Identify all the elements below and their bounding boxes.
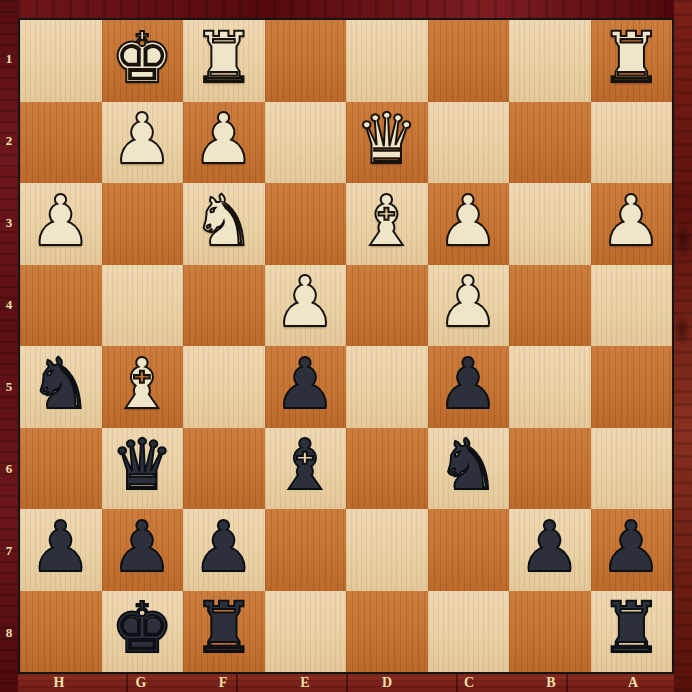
square-e6[interactable]: ♝ <box>265 428 347 510</box>
piece-black-pawn[interactable]: ♟ <box>111 512 174 582</box>
piece-white-pawn[interactable]: ♟ <box>192 104 255 174</box>
piece-black-pawn[interactable]: ♟ <box>192 512 255 582</box>
rank-label-4: 4 <box>0 264 18 346</box>
square-c4[interactable]: ♟ <box>428 265 510 347</box>
chess-board: ♚♜♜♟♟♛♟♞♝♟♟♟♟♞♝♟♟♛♝♞♟♟♟♟♟♚♜♜ <box>18 18 674 674</box>
square-e8[interactable] <box>265 591 347 673</box>
square-b2[interactable] <box>509 102 591 184</box>
square-c7[interactable] <box>428 509 510 591</box>
piece-black-knight[interactable]: ♞ <box>29 349 92 419</box>
piece-white-knight[interactable]: ♞ <box>192 186 255 256</box>
square-f1[interactable]: ♜ <box>183 20 265 102</box>
square-e4[interactable]: ♟ <box>265 265 347 347</box>
piece-white-bishop[interactable]: ♝ <box>355 186 418 256</box>
rank-labels: 12345678 <box>0 18 18 674</box>
rank-label-7: 7 <box>0 510 18 592</box>
square-h3[interactable]: ♟ <box>20 183 102 265</box>
rank-label-3: 3 <box>0 182 18 264</box>
square-d1[interactable] <box>346 20 428 102</box>
square-a7[interactable]: ♟ <box>591 509 673 591</box>
piece-white-pawn[interactable]: ♟ <box>437 267 500 337</box>
piece-white-pawn[interactable]: ♟ <box>600 186 663 256</box>
piece-black-bishop[interactable]: ♝ <box>274 430 337 500</box>
square-b5[interactable] <box>509 346 591 428</box>
square-a4[interactable] <box>591 265 673 347</box>
piece-white-rook[interactable]: ♜ <box>600 23 663 93</box>
square-d7[interactable] <box>346 509 428 591</box>
square-g4[interactable] <box>102 265 184 347</box>
square-g5[interactable]: ♝ <box>102 346 184 428</box>
square-h1[interactable] <box>20 20 102 102</box>
piece-black-rook[interactable]: ♜ <box>600 593 663 663</box>
piece-black-queen[interactable]: ♛ <box>111 430 174 500</box>
square-b8[interactable] <box>509 591 591 673</box>
square-d6[interactable] <box>346 428 428 510</box>
square-a2[interactable] <box>591 102 673 184</box>
square-g8[interactable]: ♚ <box>102 591 184 673</box>
rank-label-8: 8 <box>0 592 18 674</box>
piece-white-rook[interactable]: ♜ <box>192 23 255 93</box>
square-g1[interactable]: ♚ <box>102 20 184 102</box>
file-label-b: B <box>510 674 592 692</box>
piece-black-pawn[interactable]: ♟ <box>29 512 92 582</box>
square-g2[interactable]: ♟ <box>102 102 184 184</box>
file-label-c: C <box>428 674 510 692</box>
square-b7[interactable]: ♟ <box>509 509 591 591</box>
piece-black-pawn[interactable]: ♟ <box>518 512 581 582</box>
square-a3[interactable]: ♟ <box>591 183 673 265</box>
square-b4[interactable] <box>509 265 591 347</box>
square-c6[interactable]: ♞ <box>428 428 510 510</box>
square-f4[interactable] <box>183 265 265 347</box>
piece-black-rook[interactable]: ♜ <box>192 593 255 663</box>
piece-white-pawn[interactable]: ♟ <box>437 186 500 256</box>
piece-white-pawn[interactable]: ♟ <box>111 104 174 174</box>
square-e2[interactable] <box>265 102 347 184</box>
square-b1[interactable] <box>509 20 591 102</box>
square-f6[interactable] <box>183 428 265 510</box>
square-h7[interactable]: ♟ <box>20 509 102 591</box>
square-g7[interactable]: ♟ <box>102 509 184 591</box>
square-h6[interactable] <box>20 428 102 510</box>
square-h5[interactable]: ♞ <box>20 346 102 428</box>
square-c5[interactable]: ♟ <box>428 346 510 428</box>
square-d3[interactable]: ♝ <box>346 183 428 265</box>
piece-white-bishop[interactable]: ♝ <box>111 349 174 419</box>
square-e3[interactable] <box>265 183 347 265</box>
rank-label-5: 5 <box>0 346 18 428</box>
piece-white-pawn[interactable]: ♟ <box>274 267 337 337</box>
square-e7[interactable] <box>265 509 347 591</box>
file-label-g: G <box>100 674 182 692</box>
rank-label-2: 2 <box>0 100 18 182</box>
square-f2[interactable]: ♟ <box>183 102 265 184</box>
square-e5[interactable]: ♟ <box>265 346 347 428</box>
square-b3[interactable] <box>509 183 591 265</box>
square-h2[interactable] <box>20 102 102 184</box>
piece-black-pawn[interactable]: ♟ <box>437 349 500 419</box>
square-h8[interactable] <box>20 591 102 673</box>
square-f7[interactable]: ♟ <box>183 509 265 591</box>
square-a6[interactable] <box>591 428 673 510</box>
piece-black-pawn[interactable]: ♟ <box>600 512 663 582</box>
square-e1[interactable] <box>265 20 347 102</box>
file-label-h: H <box>18 674 100 692</box>
file-label-a: A <box>592 674 674 692</box>
piece-white-pawn[interactable]: ♟ <box>29 186 92 256</box>
board-frame-right <box>674 0 692 692</box>
square-c3[interactable]: ♟ <box>428 183 510 265</box>
rank-label-1: 1 <box>0 18 18 100</box>
rank-label-6: 6 <box>0 428 18 510</box>
square-b6[interactable] <box>509 428 591 510</box>
square-a1[interactable]: ♜ <box>591 20 673 102</box>
file-label-d: D <box>346 674 428 692</box>
piece-white-queen[interactable]: ♛ <box>355 104 418 174</box>
piece-black-pawn[interactable]: ♟ <box>274 349 337 419</box>
file-label-e: E <box>264 674 346 692</box>
chess-app-window: 12345678 HGFEDCBA ♚♜♜♟♟♛♟♞♝♟♟♟♟♞♝♟♟♛♝♞♟♟… <box>0 0 692 692</box>
piece-black-king[interactable]: ♚ <box>111 593 174 663</box>
file-labels: HGFEDCBA <box>18 674 674 692</box>
square-d2[interactable]: ♛ <box>346 102 428 184</box>
square-f3[interactable]: ♞ <box>183 183 265 265</box>
square-a5[interactable] <box>591 346 673 428</box>
square-f5[interactable] <box>183 346 265 428</box>
square-h4[interactable] <box>20 265 102 347</box>
square-c2[interactable] <box>428 102 510 184</box>
square-d5[interactable] <box>346 346 428 428</box>
square-g6[interactable]: ♛ <box>102 428 184 510</box>
square-c8[interactable] <box>428 591 510 673</box>
square-a8[interactable]: ♜ <box>591 591 673 673</box>
square-f8[interactable]: ♜ <box>183 591 265 673</box>
piece-white-king[interactable]: ♚ <box>111 23 174 93</box>
piece-black-knight[interactable]: ♞ <box>437 430 500 500</box>
square-g3[interactable] <box>102 183 184 265</box>
board-frame-top <box>18 0 674 18</box>
square-d8[interactable] <box>346 591 428 673</box>
square-c1[interactable] <box>428 20 510 102</box>
file-label-f: F <box>182 674 264 692</box>
square-d4[interactable] <box>346 265 428 347</box>
